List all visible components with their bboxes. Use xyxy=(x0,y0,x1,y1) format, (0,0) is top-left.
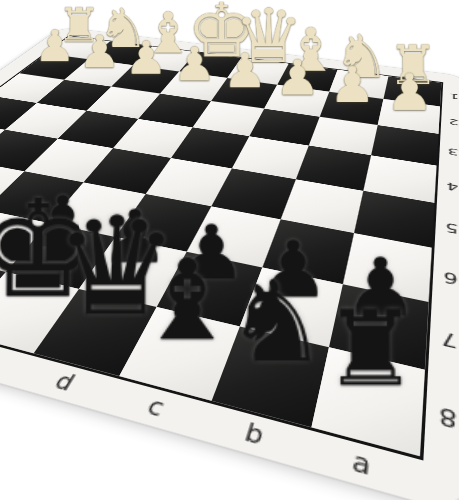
black-bishop[interactable]: ♝ xyxy=(135,250,228,350)
white-pawn[interactable]: ♟ xyxy=(30,26,80,66)
square-c2[interactable]: ♟ xyxy=(264,85,329,117)
rank-label-4: 4 xyxy=(438,166,459,208)
white-pawn[interactable]: ♟ xyxy=(381,70,438,116)
white-pawn[interactable]: ♟ xyxy=(218,50,272,93)
white-pawn[interactable]: ♟ xyxy=(168,43,220,85)
black-knight[interactable]: ♞ xyxy=(224,272,321,373)
square-b8[interactable]: ♞ xyxy=(212,327,329,428)
black-queen[interactable]: ♛ xyxy=(53,207,143,329)
black-rook[interactable]: ♜ xyxy=(320,304,421,397)
square-b2[interactable]: ♟ xyxy=(320,92,384,125)
white-pawn[interactable]: ♟ xyxy=(120,38,171,79)
chess-board: ♜♞♝♚♛♝♞♜♟♟♟♟♟♟♟♟♟♟♟♟♟♟♟♟♜♞♝♚♛♝♞♜ xyxy=(0,35,443,460)
square-b3[interactable] xyxy=(309,117,378,156)
square-a2[interactable]: ♟ xyxy=(378,99,440,134)
white-pawn[interactable]: ♟ xyxy=(74,32,125,72)
rank-label-5: 5 xyxy=(436,204,459,255)
rank-label-3: 3 xyxy=(440,134,459,170)
white-pawn[interactable]: ♟ xyxy=(270,56,325,100)
rank-label-1: 1 xyxy=(443,83,459,110)
photo-frame: ♜♞♝♚♛♝♞♜♟♟♟♟♟♟♟♟♟♟♟♟♟♟♟♟♜♞♝♚♛♝♞♜ hgfedcb… xyxy=(0,0,459,500)
chess-board-mat: ♜♞♝♚♛♝♞♜♟♟♟♟♟♟♟♟♟♟♟♟♟♟♟♟♜♞♝♚♛♝♞♜ hgfedcb… xyxy=(0,27,459,500)
rank-label-6: 6 xyxy=(433,248,459,310)
rank-label-2: 2 xyxy=(442,107,459,138)
board-scene: ♜♞♝♚♛♝♞♜♟♟♟♟♟♟♟♟♟♟♟♟♟♟♟♟♜♞♝♚♛♝♞♜ hgfedcb… xyxy=(0,0,459,500)
square-a8[interactable]: ♜ xyxy=(311,347,424,456)
rank-label-7: 7 xyxy=(430,303,459,380)
rank-label-8: 8 xyxy=(425,371,459,469)
white-pawn[interactable]: ♟ xyxy=(324,63,380,108)
